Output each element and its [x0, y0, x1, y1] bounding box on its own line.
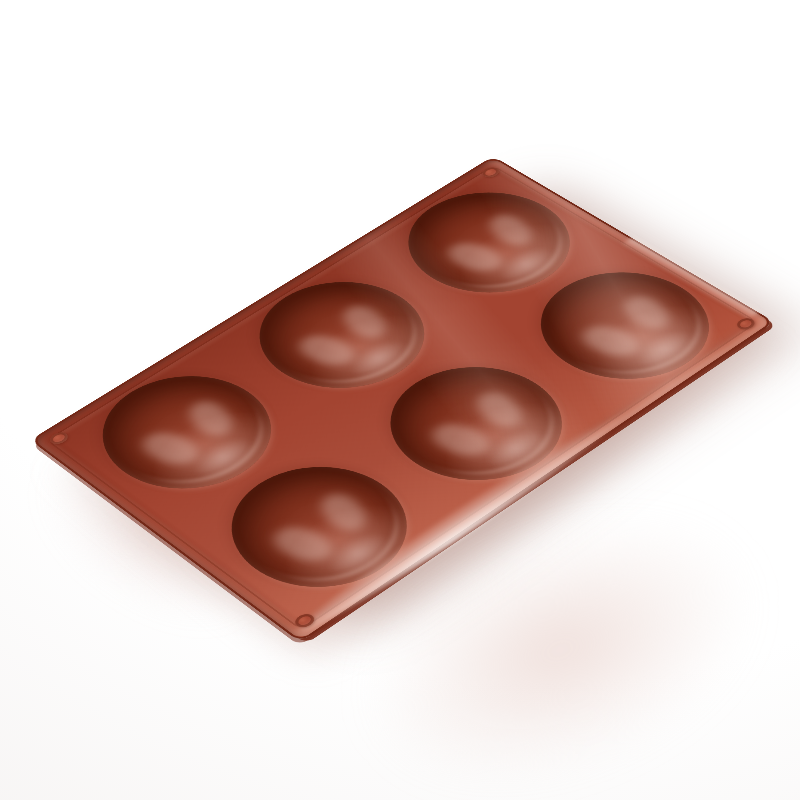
photo-backdrop — [0, 0, 800, 800]
